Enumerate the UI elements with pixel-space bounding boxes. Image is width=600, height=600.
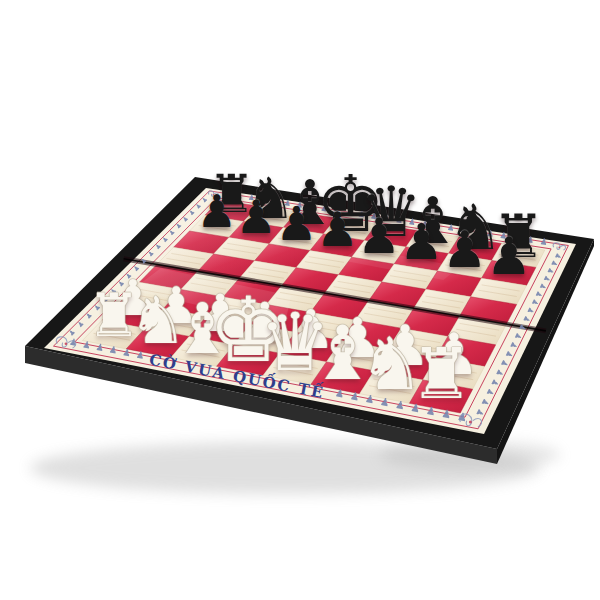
product-photo: ♟♟♟♟♟♟♟♟♟♟♟♟♟♟♟♟♟♟♟♟♟♟♟♟♟♟♟♟♟♟♟♟♟♟♟♟♟♟♟♟… — [0, 0, 600, 600]
border-pawn-icon: ♟ — [224, 189, 232, 199]
border-pawn-icon: ♟ — [308, 202, 316, 212]
border-pawn-icon: ♟ — [345, 206, 354, 217]
border-pawn-icon: ♟ — [486, 228, 495, 239]
border-pawn-icon: ♟ — [473, 226, 482, 237]
border-pawn-icon: ♟ — [283, 198, 291, 208]
border-pawn-icon: ♟ — [382, 212, 391, 223]
border-pawn-icon: ♟ — [459, 224, 468, 235]
border-pawn-icon: ♟ — [526, 234, 535, 245]
border-pawn-icon: ♟ — [235, 191, 243, 201]
border-pawn-icon: ♟ — [320, 204, 328, 214]
border-pawn-icon: ♟ — [408, 216, 417, 227]
border-pawn-icon: ♟ — [357, 208, 366, 219]
border-pawn-icon: ♟ — [499, 230, 508, 241]
chess-set-scene: ♟♟♟♟♟♟♟♟♟♟♟♟♟♟♟♟♟♟♟♟♟♟♟♟♟♟♟♟♟♟♟♟♟♟♟♟♟♟♟♟… — [0, 0, 600, 600]
border-pawn-icon: ♟ — [247, 193, 255, 203]
chess-board: ♟♟♟♟♟♟♟♟♟♟♟♟♟♟♟♟♟♟♟♟♟♟♟♟♟♟♟♟♟♟♟♟♟♟♟♟♟♟♟♟… — [0, 0, 600, 600]
border-pawn-icon: ♟ — [421, 218, 430, 229]
border-pawn-icon: ♟ — [539, 236, 548, 247]
border-pawn-icon: ♟ — [370, 210, 379, 221]
border-pawn-icon: ♟ — [512, 232, 521, 243]
border-pawn-icon: ♟ — [332, 206, 340, 216]
border-pawn-icon: ♟ — [395, 214, 404, 225]
border-pawn-icon: ♟ — [433, 220, 442, 231]
border-pawn-icon: ♟ — [259, 194, 267, 204]
border-pawn-icon: ♟ — [271, 196, 279, 206]
border-pawn-icon: ♟ — [295, 200, 303, 210]
border-pawn-icon: ♟ — [446, 222, 455, 233]
